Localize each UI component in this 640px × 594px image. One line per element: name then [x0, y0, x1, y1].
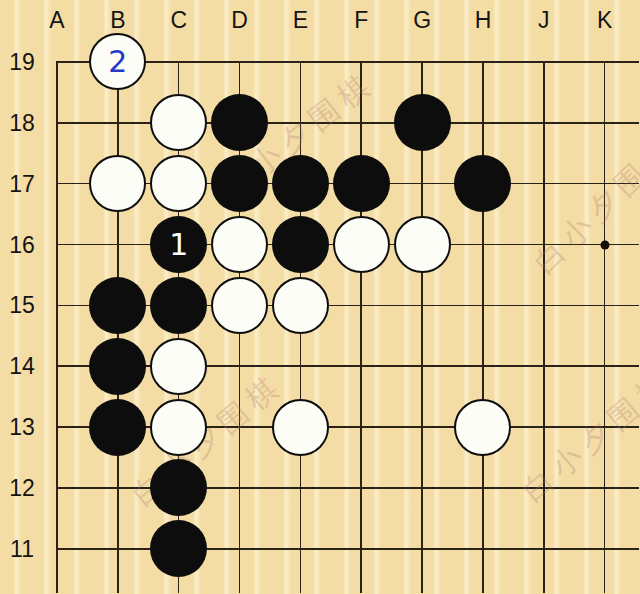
white-stone-B19[interactable]: 2: [89, 33, 146, 90]
column-label-G: G: [413, 7, 431, 34]
black-stone-G18[interactable]: [394, 94, 451, 151]
column-label-C: C: [170, 7, 187, 34]
column-label-E: E: [293, 7, 308, 34]
white-stone-G16[interactable]: [394, 216, 451, 273]
black-stone-C16[interactable]: 1: [150, 216, 207, 273]
white-stone-E13[interactable]: [272, 399, 329, 456]
black-stone-E17[interactable]: [272, 155, 329, 212]
stones-grid: 21: [27, 32, 635, 580]
column-label-K: K: [597, 7, 612, 34]
column-label-H: H: [475, 7, 492, 34]
white-stone-D16[interactable]: [211, 216, 268, 273]
white-stone-C14[interactable]: [150, 338, 207, 395]
go-board[interactable]: ABCDEFGHJK191817161514131211 白小夕围棋白小夕围棋白…: [0, 0, 640, 594]
white-stone-H13[interactable]: [454, 399, 511, 456]
column-label-D: D: [231, 7, 248, 34]
white-stone-E15[interactable]: [272, 277, 329, 334]
black-stone-B13[interactable]: [89, 399, 146, 456]
column-label-A: A: [49, 7, 64, 34]
black-stone-F17[interactable]: [333, 155, 390, 212]
column-label-F: F: [354, 7, 368, 34]
black-stone-D17[interactable]: [211, 155, 268, 212]
black-stone-E16[interactable]: [272, 216, 329, 273]
white-stone-F16[interactable]: [333, 216, 390, 273]
black-stone-B15[interactable]: [89, 277, 146, 334]
move-number-1: 1: [169, 230, 188, 260]
white-stone-C17[interactable]: [150, 155, 207, 212]
column-label-B: B: [110, 7, 125, 34]
white-stone-D15[interactable]: [211, 277, 268, 334]
black-stone-H17[interactable]: [454, 155, 511, 212]
white-stone-C13[interactable]: [150, 399, 207, 456]
move-number-2: 2: [108, 47, 127, 77]
black-stone-C11[interactable]: [150, 520, 207, 577]
black-stone-B14[interactable]: [89, 338, 146, 395]
white-stone-C18[interactable]: [150, 94, 207, 151]
black-stone-D18[interactable]: [211, 94, 268, 151]
black-stone-C12[interactable]: [150, 459, 207, 516]
white-stone-B17[interactable]: [89, 155, 146, 212]
column-label-J: J: [538, 7, 550, 34]
black-stone-C15[interactable]: [150, 277, 207, 334]
